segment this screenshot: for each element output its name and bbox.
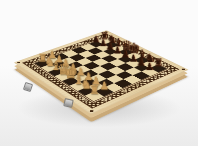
piece-black-rook[interactable]: ♜ xyxy=(153,57,163,68)
corner-rosette-icon xyxy=(90,110,94,112)
chess-set-photo: ♜♟♟♜♞♟♟♞♝♟♟♝♛♟♟♛♚♟♟♚♝♟♟♝♞♟♟♞♜♟♟♜ xyxy=(0,0,198,146)
board-surface: ♜♟♟♜♞♟♟♞♝♟♟♝♛♟♟♛♚♟♟♚♝♟♟♝♞♟♟♞♜♟♟♜ xyxy=(14,30,189,114)
metal-latch-icon xyxy=(63,98,73,108)
corner-rosette-icon xyxy=(182,69,185,71)
corner-rosette-icon xyxy=(17,62,21,63)
piece-white-pawn[interactable]: ♟ xyxy=(99,81,109,92)
scene-3d: ♜♟♟♜♞♟♟♞♝♟♟♝♛♟♟♛♚♟♟♚♝♟♟♝♞♟♟♞♜♟♟♜ xyxy=(0,0,198,146)
chess-board: ♜♟♟♜♞♟♟♞♝♟♟♝♛♟♟♛♚♟♟♚♝♟♟♝♞♟♟♞♜♟♟♜ xyxy=(14,30,189,114)
piece-white-rook[interactable]: ♜ xyxy=(89,84,100,96)
piece-black-pawn[interactable]: ♟ xyxy=(145,62,154,72)
